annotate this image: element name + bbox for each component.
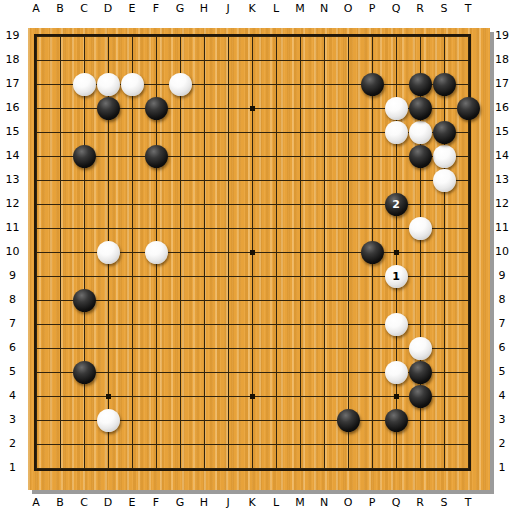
stone-black-P10[interactable] <box>361 241 384 264</box>
col-label-bottom-K: K <box>240 495 264 511</box>
row-label-right-6: 6 <box>490 340 514 356</box>
stone-black-C5[interactable] <box>73 361 96 384</box>
star-point-K4 <box>250 394 255 399</box>
row-label-right-16: 16 <box>490 100 514 116</box>
stone-white-R6[interactable] <box>409 337 432 360</box>
row-label-left-4: 4 <box>0 388 25 404</box>
stone-black-O3[interactable] <box>337 409 360 432</box>
stone-black-C8[interactable] <box>73 289 96 312</box>
col-label-top-S: S <box>432 1 456 17</box>
row-label-left-9: 9 <box>0 268 25 284</box>
row-label-left-14: 14 <box>0 148 25 164</box>
star-point-Q4 <box>394 394 399 399</box>
row-label-right-12: 12 <box>490 196 514 212</box>
col-label-top-O: O <box>336 1 360 17</box>
col-label-top-R: R <box>408 1 432 17</box>
row-label-right-15: 15 <box>490 124 514 140</box>
col-label-top-M: M <box>288 1 312 17</box>
stone-black-R5[interactable] <box>409 361 432 384</box>
row-label-right-17: 17 <box>490 76 514 92</box>
col-label-top-N: N <box>312 1 336 17</box>
col-label-top-J: J <box>216 1 240 17</box>
row-label-left-12: 12 <box>0 196 25 212</box>
stone-white-Q16[interactable] <box>385 97 408 120</box>
row-label-left-11: 11 <box>0 220 25 236</box>
row-label-right-3: 3 <box>490 412 514 428</box>
row-label-left-8: 8 <box>0 292 25 308</box>
col-label-top-D: D <box>96 1 120 17</box>
row-label-left-6: 6 <box>0 340 25 356</box>
col-label-bottom-Q: Q <box>384 495 408 511</box>
star-point-D4 <box>106 394 111 399</box>
col-label-bottom-O: O <box>336 495 360 511</box>
col-label-top-E: E <box>120 1 144 17</box>
row-label-left-10: 10 <box>0 244 25 260</box>
col-label-top-L: L <box>264 1 288 17</box>
stone-white-R15[interactable] <box>409 121 432 144</box>
col-label-bottom-G: G <box>168 495 192 511</box>
star-point-K16 <box>250 106 255 111</box>
row-label-left-17: 17 <box>0 76 25 92</box>
row-label-right-13: 13 <box>490 172 514 188</box>
stone-black-S17[interactable] <box>433 73 456 96</box>
stone-white-F10[interactable] <box>145 241 168 264</box>
col-label-bottom-S: S <box>432 495 456 511</box>
stone-white-D17[interactable] <box>97 73 120 96</box>
row-label-left-5: 5 <box>0 364 25 380</box>
col-label-top-T: T <box>456 1 480 17</box>
col-label-bottom-H: H <box>192 495 216 511</box>
row-label-right-14: 14 <box>490 148 514 164</box>
row-label-right-1: 1 <box>490 460 514 476</box>
col-label-bottom-C: C <box>72 495 96 511</box>
row-label-right-5: 5 <box>490 364 514 380</box>
stone-white-Q9[interactable]: 1 <box>385 265 408 288</box>
row-label-left-13: 13 <box>0 172 25 188</box>
col-label-top-H: H <box>192 1 216 17</box>
col-label-bottom-D: D <box>96 495 120 511</box>
row-label-right-19: 19 <box>490 28 514 44</box>
stone-black-Q3[interactable] <box>385 409 408 432</box>
stone-white-Q5[interactable] <box>385 361 408 384</box>
col-label-bottom-P: P <box>360 495 384 511</box>
stone-black-R14[interactable] <box>409 145 432 168</box>
stone-black-C14[interactable] <box>73 145 96 168</box>
stone-black-T16[interactable] <box>457 97 480 120</box>
col-label-top-P: P <box>360 1 384 17</box>
row-label-right-7: 7 <box>490 316 514 332</box>
stone-black-Q12[interactable]: 2 <box>385 193 408 216</box>
row-label-right-11: 11 <box>490 220 514 236</box>
row-label-left-1: 1 <box>0 460 25 476</box>
stone-black-R16[interactable] <box>409 97 432 120</box>
stone-black-S15[interactable] <box>433 121 456 144</box>
stone-white-D3[interactable] <box>97 409 120 432</box>
row-label-left-2: 2 <box>0 436 25 452</box>
col-label-top-K: K <box>240 1 264 17</box>
col-label-top-F: F <box>144 1 168 17</box>
col-label-bottom-F: F <box>144 495 168 511</box>
stone-black-P17[interactable] <box>361 73 384 96</box>
col-label-top-C: C <box>72 1 96 17</box>
stone-white-D10[interactable] <box>97 241 120 264</box>
col-label-top-A: A <box>24 1 48 17</box>
stone-black-R4[interactable] <box>409 385 432 408</box>
row-label-right-9: 9 <box>490 268 514 284</box>
col-label-bottom-E: E <box>120 495 144 511</box>
row-label-right-10: 10 <box>490 244 514 260</box>
stone-white-Q15[interactable] <box>385 121 408 144</box>
stone-white-C17[interactable] <box>73 73 96 96</box>
col-label-top-Q: Q <box>384 1 408 17</box>
star-point-K10 <box>250 250 255 255</box>
row-label-left-3: 3 <box>0 412 25 428</box>
col-label-bottom-L: L <box>264 495 288 511</box>
stone-black-F16[interactable] <box>145 97 168 120</box>
star-point-Q10 <box>394 250 399 255</box>
row-label-right-18: 18 <box>490 52 514 68</box>
stone-black-R17[interactable] <box>409 73 432 96</box>
move-number-label-1: 1 <box>392 271 400 282</box>
row-label-right-8: 8 <box>490 292 514 308</box>
go-board[interactable]: 12 <box>28 28 490 490</box>
col-label-bottom-M: M <box>288 495 312 511</box>
stone-white-Q7[interactable] <box>385 313 408 336</box>
col-label-bottom-A: A <box>24 495 48 511</box>
stone-white-G17[interactable] <box>169 73 192 96</box>
col-label-bottom-N: N <box>312 495 336 511</box>
stone-white-S14[interactable] <box>433 145 456 168</box>
row-label-left-16: 16 <box>0 100 25 116</box>
col-label-top-B: B <box>48 1 72 17</box>
row-label-right-2: 2 <box>490 436 514 452</box>
stone-white-S13[interactable] <box>433 169 456 192</box>
stone-white-R11[interactable] <box>409 217 432 240</box>
col-label-top-G: G <box>168 1 192 17</box>
row-label-left-19: 19 <box>0 28 25 44</box>
go-board-diagram: 12 AABBCCDDEEFFGGHHJJKKLLMMNNOOPPQQRRSST… <box>0 0 514 513</box>
row-label-left-18: 18 <box>0 52 25 68</box>
stone-black-F14[interactable] <box>145 145 168 168</box>
col-label-bottom-T: T <box>456 495 480 511</box>
col-label-bottom-B: B <box>48 495 72 511</box>
col-label-bottom-R: R <box>408 495 432 511</box>
row-label-left-7: 7 <box>0 316 25 332</box>
stone-white-E17[interactable] <box>121 73 144 96</box>
row-label-right-4: 4 <box>490 388 514 404</box>
row-label-left-15: 15 <box>0 124 25 140</box>
col-label-bottom-J: J <box>216 495 240 511</box>
move-number-label-2: 2 <box>392 199 400 210</box>
stone-black-D16[interactable] <box>97 97 120 120</box>
